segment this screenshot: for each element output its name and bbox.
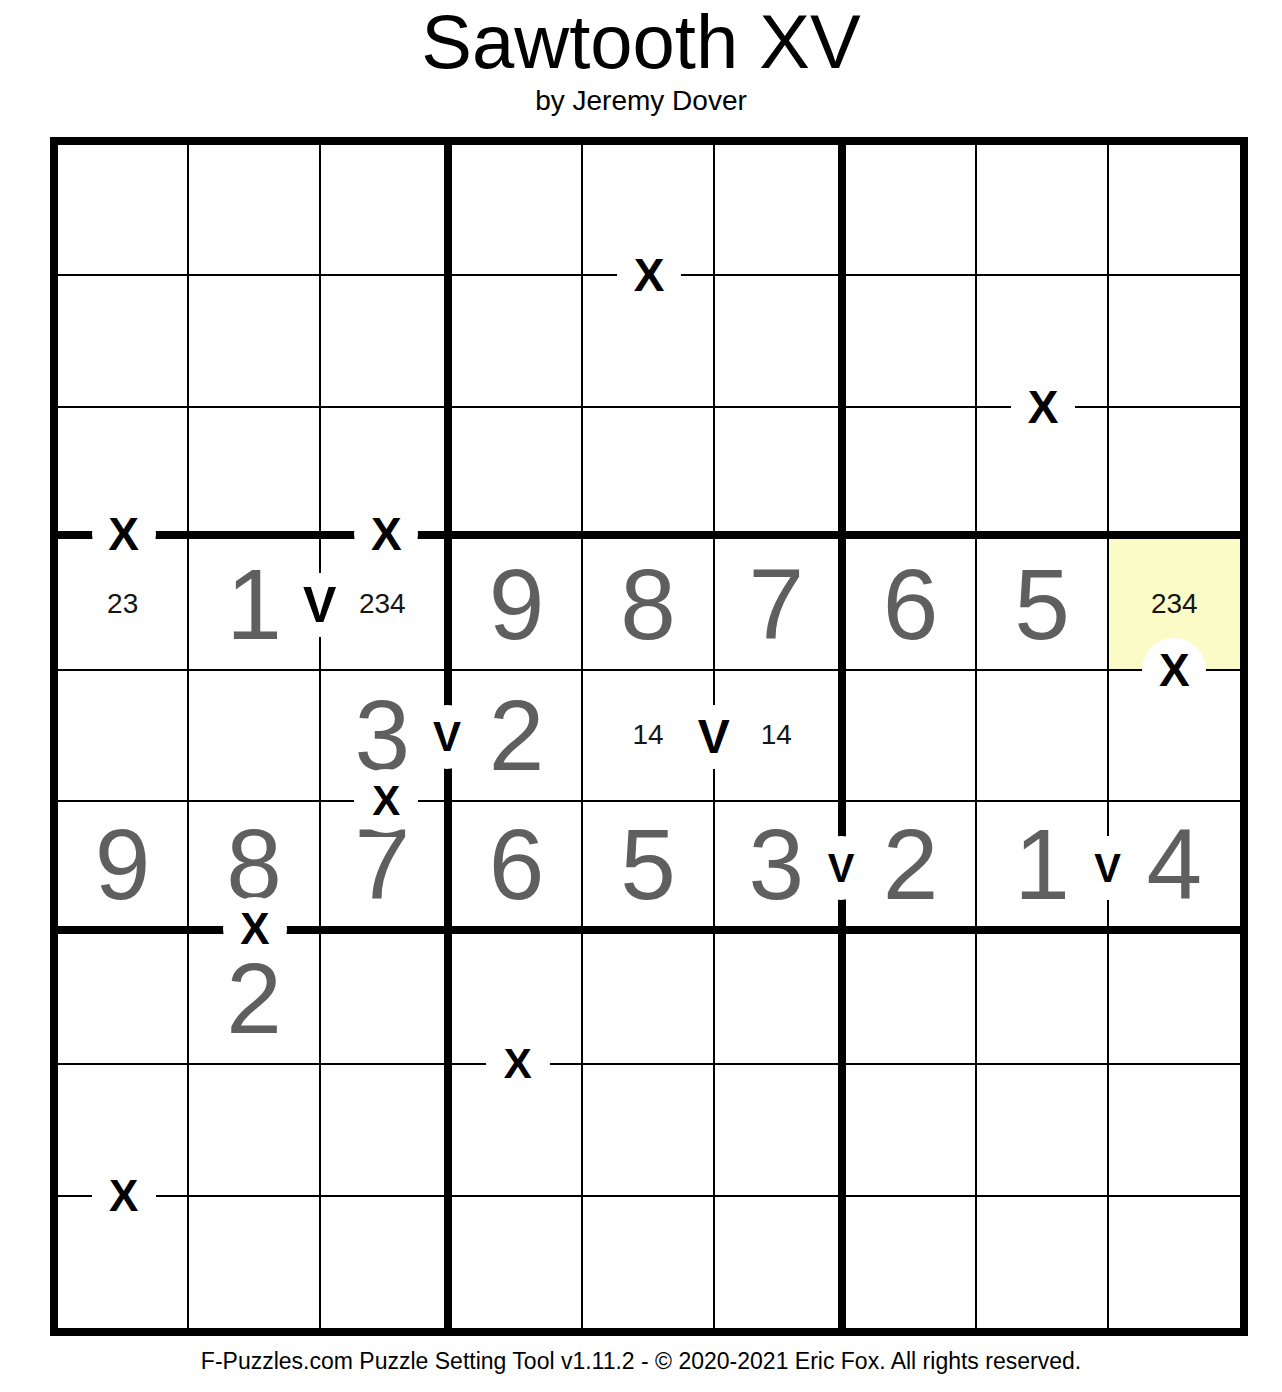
given-digit: 1 [226,554,282,654]
cell-r8c2[interactable] [189,1065,320,1196]
given-digit: 4 [1147,814,1203,914]
cell-r8c6[interactable] [715,1065,846,1196]
cell-r6c7[interactable]: 2 [846,802,977,933]
cell-r1c1[interactable] [58,145,189,276]
given-digit: 1 [1014,814,1070,914]
cell-r3c2[interactable] [189,408,320,539]
cell-r9c2[interactable] [189,1197,320,1328]
given-digit: 9 [489,554,545,654]
cell-r4c7[interactable]: 6 [846,539,977,670]
cell-r3c5[interactable] [583,408,714,539]
cell-r4c4[interactable]: 9 [452,539,583,670]
given-digit: 8 [226,814,282,914]
given-digit: 2 [226,948,282,1048]
cell-r1c7[interactable] [846,145,977,276]
cell-r3c7[interactable] [846,408,977,539]
cell-r4c6[interactable]: 7 [715,539,846,670]
cell-r3c4[interactable] [452,408,583,539]
cell-r1c2[interactable] [189,145,320,276]
cell-r5c4[interactable]: 2 [452,671,583,802]
cell-r5c6[interactable]: 14 [715,671,846,802]
given-digit: 2 [489,685,545,785]
cell-r7c7[interactable] [846,934,977,1065]
sudoku-grid: 231234987652343214149876532142 [58,145,1240,1328]
cell-r5c3[interactable]: 3 [321,671,452,802]
cell-r9c5[interactable] [583,1197,714,1328]
cell-r3c3[interactable] [321,408,452,539]
cell-r7c4[interactable] [452,934,583,1065]
cell-r8c9[interactable] [1109,1065,1240,1196]
cell-r9c1[interactable] [58,1197,189,1328]
given-digit: 3 [749,814,805,914]
cell-r4c1[interactable]: 23 [58,539,189,670]
cell-r2c3[interactable] [321,276,452,407]
cell-r8c4[interactable] [452,1065,583,1196]
cell-r4c5[interactable]: 8 [583,539,714,670]
given-digit: 6 [489,814,545,914]
cell-r2c9[interactable] [1109,276,1240,407]
cell-r3c6[interactable] [715,408,846,539]
cell-r1c4[interactable] [452,145,583,276]
pencil-marks: 234 [1151,590,1198,618]
given-digit: 5 [1014,554,1070,654]
given-digit: 3 [355,685,411,785]
cell-r1c5[interactable] [583,145,714,276]
cell-r7c8[interactable] [977,934,1108,1065]
cell-r6c6[interactable]: 3 [715,802,846,933]
given-digit: 6 [883,554,939,654]
cell-r2c6[interactable] [715,276,846,407]
footer-credit: F-Puzzles.com Puzzle Setting Tool v1.11.… [0,1348,1282,1375]
cell-r4c9[interactable]: 234 [1109,539,1240,670]
cell-r6c3[interactable]: 7 [321,802,452,933]
cell-r6c1[interactable]: 9 [58,802,189,933]
cell-r8c7[interactable] [846,1065,977,1196]
cell-r1c8[interactable] [977,145,1108,276]
sudoku-board[interactable]: 231234987652343214149876532142 XXXXXXXXX… [50,137,1248,1336]
cell-r2c4[interactable] [452,276,583,407]
cell-r4c2[interactable]: 1 [189,539,320,670]
cell-r2c2[interactable] [189,276,320,407]
cell-r8c3[interactable] [321,1065,452,1196]
cell-r9c9[interactable] [1109,1197,1240,1328]
page-title: Sawtooth XV [0,2,1282,82]
cell-r8c5[interactable] [583,1065,714,1196]
cell-r4c3[interactable]: 234 [321,539,452,670]
given-digit: 7 [749,554,805,654]
cell-r2c1[interactable] [58,276,189,407]
cell-r4c8[interactable]: 5 [977,539,1108,670]
given-digit: 2 [883,814,939,914]
given-digit: 5 [620,814,676,914]
cell-r7c9[interactable] [1109,934,1240,1065]
cell-r3c1[interactable] [58,408,189,539]
pencil-marks: 14 [632,721,663,749]
cell-r7c1[interactable] [58,934,189,1065]
cell-r9c7[interactable] [846,1197,977,1328]
cell-r5c7[interactable] [846,671,977,802]
cell-r9c6[interactable] [715,1197,846,1328]
cell-r3c8[interactable] [977,408,1108,539]
cell-r7c2[interactable]: 2 [189,934,320,1065]
page-byline: by Jeremy Dover [0,85,1282,117]
pencil-marks: 23 [107,590,138,618]
cell-r1c3[interactable] [321,145,452,276]
cell-r2c7[interactable] [846,276,977,407]
cell-r6c5[interactable]: 5 [583,802,714,933]
cell-r5c1[interactable] [58,671,189,802]
cell-r5c5[interactable]: 14 [583,671,714,802]
cell-r5c8[interactable] [977,671,1108,802]
cell-r2c8[interactable] [977,276,1108,407]
cell-r6c8[interactable]: 1 [977,802,1108,933]
cell-r8c1[interactable] [58,1065,189,1196]
cell-r7c3[interactable] [321,934,452,1065]
cell-r9c3[interactable] [321,1197,452,1328]
cell-r2c5[interactable] [583,276,714,407]
given-digit: 8 [620,554,676,654]
cell-r8c8[interactable] [977,1065,1108,1196]
cell-r6c9[interactable]: 4 [1109,802,1240,933]
cell-r5c9[interactable] [1109,671,1240,802]
cell-r6c2[interactable]: 8 [189,802,320,933]
cell-r3c9[interactable] [1109,408,1240,539]
cell-r1c9[interactable] [1109,145,1240,276]
cell-r9c4[interactable] [452,1197,583,1328]
cell-r7c5[interactable] [583,934,714,1065]
given-digit: 9 [95,814,151,914]
cell-r6c4[interactable]: 6 [452,802,583,933]
cell-r7c6[interactable] [715,934,846,1065]
cell-r9c8[interactable] [977,1197,1108,1328]
cell-r5c2[interactable] [189,671,320,802]
cell-r1c6[interactable] [715,145,846,276]
pencil-marks: 234 [359,590,406,618]
pencil-marks: 14 [761,721,792,749]
given-digit: 7 [355,814,411,914]
